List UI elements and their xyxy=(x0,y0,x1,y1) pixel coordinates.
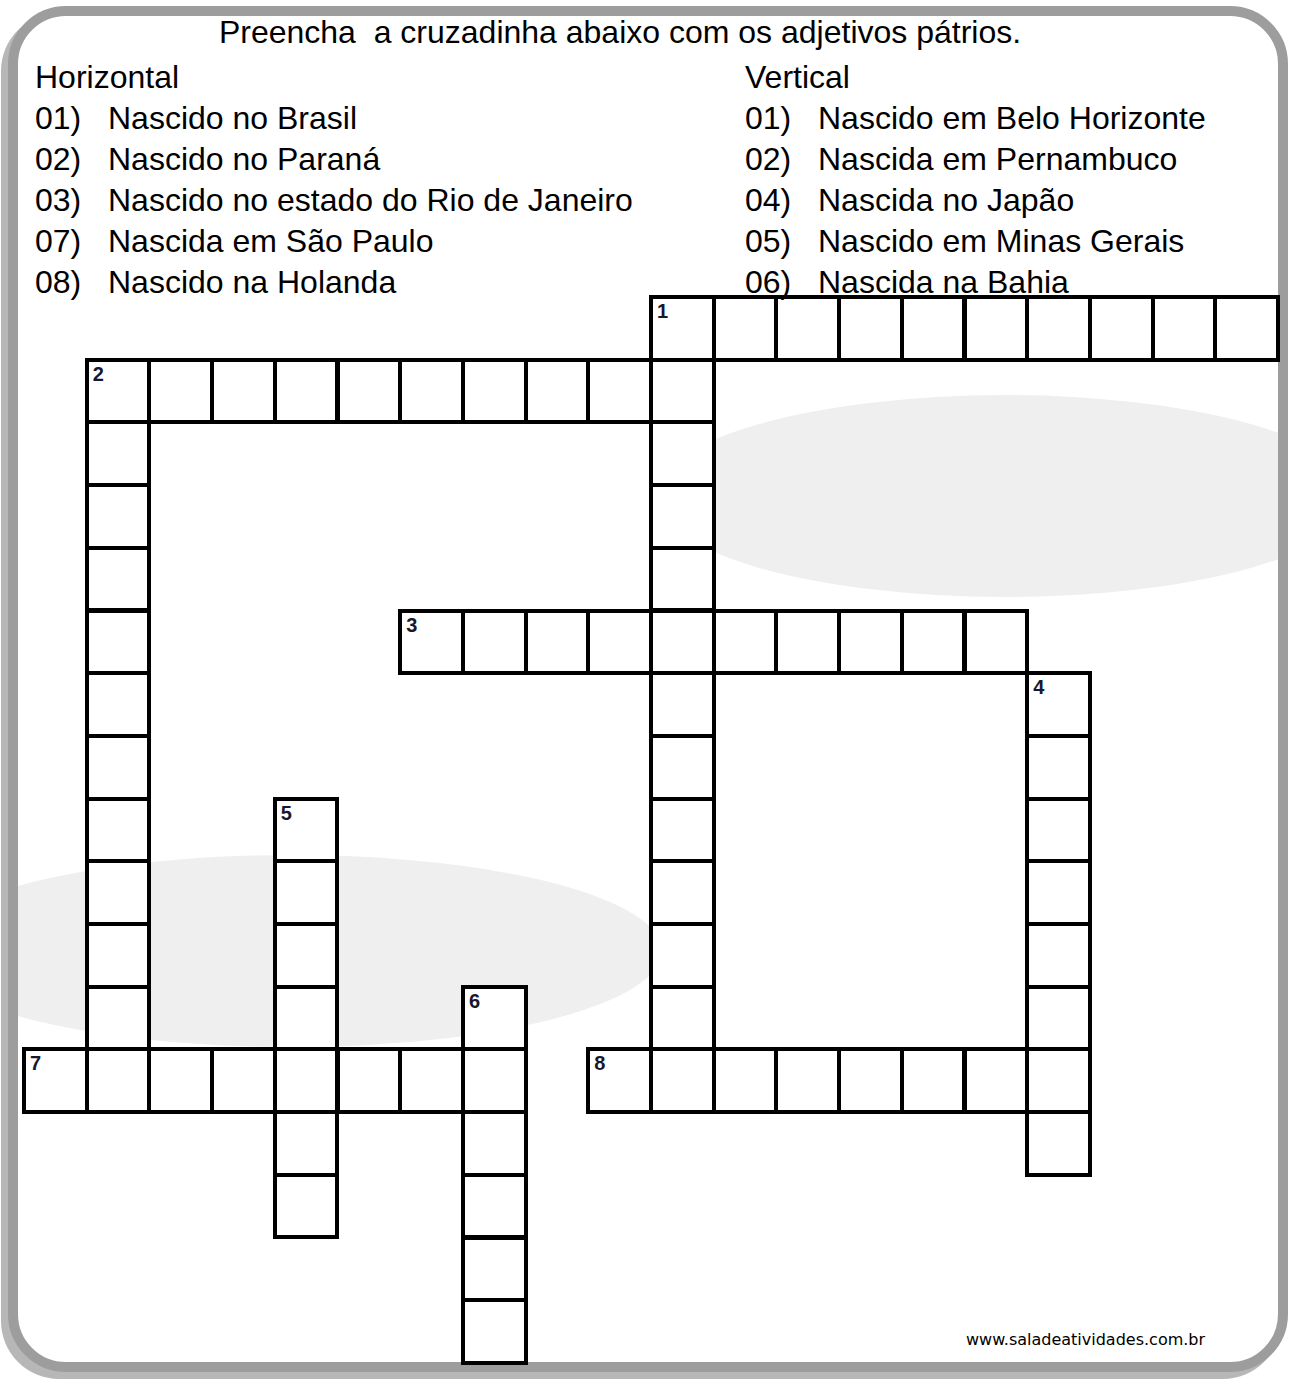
grid-cell[interactable] xyxy=(147,358,214,425)
grid-cell[interactable] xyxy=(85,859,152,926)
clue-v-05: 05) Nascido em Minas Gerais xyxy=(745,221,1290,262)
clue-text: Nascida em São Paulo xyxy=(108,221,745,262)
grid-cell[interactable]: 3 xyxy=(398,609,465,676)
grid-cell[interactable] xyxy=(837,609,904,676)
clue-number-label: 05) xyxy=(745,221,818,262)
clue-number: 6 xyxy=(469,989,480,1013)
grid-cell[interactable] xyxy=(1025,922,1092,989)
grid-cell[interactable] xyxy=(1025,1110,1092,1177)
grid-cell[interactable] xyxy=(649,671,716,738)
grid-cell[interactable] xyxy=(774,295,841,362)
grid-cell[interactable] xyxy=(900,1047,967,1114)
grid-cell[interactable] xyxy=(336,1047,403,1114)
grid-cell[interactable] xyxy=(1088,295,1155,362)
clue-number: 8 xyxy=(594,1051,605,1075)
clue-number: 7 xyxy=(30,1051,41,1075)
clue-text: Nascido no Paraná xyxy=(108,139,745,180)
clue-number-label: 01) xyxy=(745,98,818,139)
grid-cell[interactable] xyxy=(273,1173,340,1240)
horizontal-heading: Horizontal xyxy=(35,57,745,98)
grid-cell[interactable] xyxy=(963,609,1030,676)
grid-cell[interactable] xyxy=(273,985,340,1052)
grid-cell[interactable] xyxy=(649,922,716,989)
clue-number-label: 03) xyxy=(35,180,108,221)
grid-cell[interactable] xyxy=(1025,734,1092,801)
grid-cell[interactable]: 2 xyxy=(85,358,152,425)
grid-cell[interactable] xyxy=(774,609,841,676)
grid-cell[interactable] xyxy=(461,1298,528,1365)
grid-cell[interactable] xyxy=(273,1110,340,1177)
grid-cell[interactable] xyxy=(649,734,716,801)
grid-cell[interactable] xyxy=(586,358,653,425)
grid-cell[interactable] xyxy=(85,420,152,487)
clue-list-vertical: Vertical 01) Nascido em Belo Horizonte 0… xyxy=(745,57,1290,303)
clue-text: Nascida em Pernambuco xyxy=(818,139,1290,180)
clue-v-02: 02) Nascida em Pernambuco xyxy=(745,139,1290,180)
grid-cell[interactable] xyxy=(649,420,716,487)
grid-cell[interactable] xyxy=(273,859,340,926)
clue-number-label: 06) xyxy=(745,262,818,303)
grid-cell[interactable] xyxy=(524,358,591,425)
grid-cell[interactable] xyxy=(649,797,716,864)
grid-cell[interactable]: 6 xyxy=(461,985,528,1052)
grid-cell[interactable] xyxy=(1025,797,1092,864)
clue-h-01: 01) Nascido no Brasil xyxy=(35,98,745,139)
clue-text: Nascido no estado do Rio de Janeiro xyxy=(108,180,745,221)
clue-number-label: 08) xyxy=(35,262,108,303)
grid-cell[interactable] xyxy=(85,483,152,550)
clue-number-label: 02) xyxy=(745,139,818,180)
grid-cell[interactable]: 8 xyxy=(586,1047,653,1114)
clue-number: 4 xyxy=(1033,675,1044,699)
clue-text: Nascido no Brasil xyxy=(108,98,745,139)
grid-cell[interactable] xyxy=(1213,295,1280,362)
clue-h-07: 07) Nascida em São Paulo xyxy=(35,221,745,262)
grid-cell[interactable] xyxy=(649,985,716,1052)
grid-cell[interactable]: 7 xyxy=(22,1047,89,1114)
grid-cell[interactable] xyxy=(649,358,716,425)
grid-cell[interactable] xyxy=(1025,859,1092,926)
grid-cell[interactable] xyxy=(398,358,465,425)
grid-cell[interactable]: 4 xyxy=(1025,671,1092,738)
clue-v-01: 01) Nascido em Belo Horizonte xyxy=(745,98,1290,139)
grid-cell[interactable] xyxy=(85,609,152,676)
grid-cell[interactable] xyxy=(900,295,967,362)
grid-cell[interactable] xyxy=(649,483,716,550)
grid-cell[interactable] xyxy=(649,609,716,676)
website-credit: www.saladeatividades.com.br xyxy=(966,1330,1205,1349)
grid-cell[interactable] xyxy=(1025,985,1092,1052)
grid-cell[interactable] xyxy=(1025,1047,1092,1114)
grid-cell[interactable] xyxy=(712,1047,779,1114)
clue-number-label: 04) xyxy=(745,180,818,221)
grid-cell[interactable] xyxy=(461,1173,528,1240)
grid-cell[interactable] xyxy=(461,1110,528,1177)
grid-cell[interactable] xyxy=(85,546,152,613)
grid-cell[interactable] xyxy=(336,358,403,425)
clue-h-02: 02) Nascido no Paraná xyxy=(35,139,745,180)
vertical-heading: Vertical xyxy=(745,57,1290,98)
clue-text: Nascido em Minas Gerais xyxy=(818,221,1290,262)
clue-number: 5 xyxy=(281,801,292,825)
grid-cell[interactable]: 5 xyxy=(273,797,340,864)
clue-h-03: 03) Nascido no estado do Rio de Janeiro xyxy=(35,180,745,221)
grid-cell[interactable] xyxy=(461,609,528,676)
grid-cell[interactable] xyxy=(461,1236,528,1303)
worksheet-page: Preencha a cruzadinha abaixo com os adje… xyxy=(0,0,1300,1386)
clue-number: 3 xyxy=(406,613,417,637)
grid-cell[interactable]: 1 xyxy=(649,295,716,362)
grid-cell[interactable] xyxy=(649,859,716,926)
clue-h-08: 08) Nascido na Holanda xyxy=(35,262,745,303)
watermark-ellipse-right xyxy=(655,395,1288,597)
grid-cell[interactable] xyxy=(649,546,716,613)
grid-cell[interactable] xyxy=(649,1047,716,1114)
grid-cell[interactable] xyxy=(900,609,967,676)
grid-cell[interactable] xyxy=(774,1047,841,1114)
grid-cell[interactable] xyxy=(273,922,340,989)
clue-text: Nascida na Bahia xyxy=(818,262,1290,303)
grid-cell[interactable] xyxy=(1151,295,1218,362)
grid-cell[interactable] xyxy=(398,1047,465,1114)
grid-cell[interactable] xyxy=(85,734,152,801)
clue-v-04: 04) Nascida no Japão xyxy=(745,180,1290,221)
clue-number-label: 01) xyxy=(35,98,108,139)
clue-number-label: 07) xyxy=(35,221,108,262)
grid-cell[interactable] xyxy=(210,1047,277,1114)
grid-cell[interactable] xyxy=(712,295,779,362)
grid-cell[interactable] xyxy=(85,922,152,989)
grid-cell[interactable] xyxy=(210,358,277,425)
grid-cell[interactable] xyxy=(963,295,1030,362)
clue-number-label: 02) xyxy=(35,139,108,180)
clue-text: Nascido na Holanda xyxy=(108,262,745,303)
grid-cell[interactable] xyxy=(147,1047,214,1114)
clue-number: 2 xyxy=(93,362,104,386)
grid-cell[interactable] xyxy=(524,609,591,676)
grid-cell[interactable] xyxy=(712,609,779,676)
grid-cell[interactable] xyxy=(461,1047,528,1114)
grid-cell[interactable] xyxy=(85,985,152,1052)
grid-cell[interactable] xyxy=(273,358,340,425)
clue-v-06: 06) Nascida na Bahia xyxy=(745,262,1290,303)
clue-text: Nascida no Japão xyxy=(818,180,1290,221)
page-title: Preencha a cruzadinha abaixo com os adje… xyxy=(20,12,1220,52)
grid-cell[interactable] xyxy=(963,1047,1030,1114)
grid-cell[interactable] xyxy=(837,1047,904,1114)
grid-cell[interactable] xyxy=(837,295,904,362)
grid-cell[interactable] xyxy=(85,671,152,738)
grid-cell[interactable] xyxy=(85,797,152,864)
grid-cell[interactable] xyxy=(586,609,653,676)
grid-cell[interactable] xyxy=(1025,295,1092,362)
grid-cell[interactable] xyxy=(461,358,528,425)
clue-list-horizontal: Horizontal 01) Nascido no Brasil 02) Nas… xyxy=(35,57,745,303)
clue-text: Nascido em Belo Horizonte xyxy=(818,98,1290,139)
grid-cell[interactable] xyxy=(273,1047,340,1114)
grid-cell[interactable] xyxy=(85,1047,152,1114)
